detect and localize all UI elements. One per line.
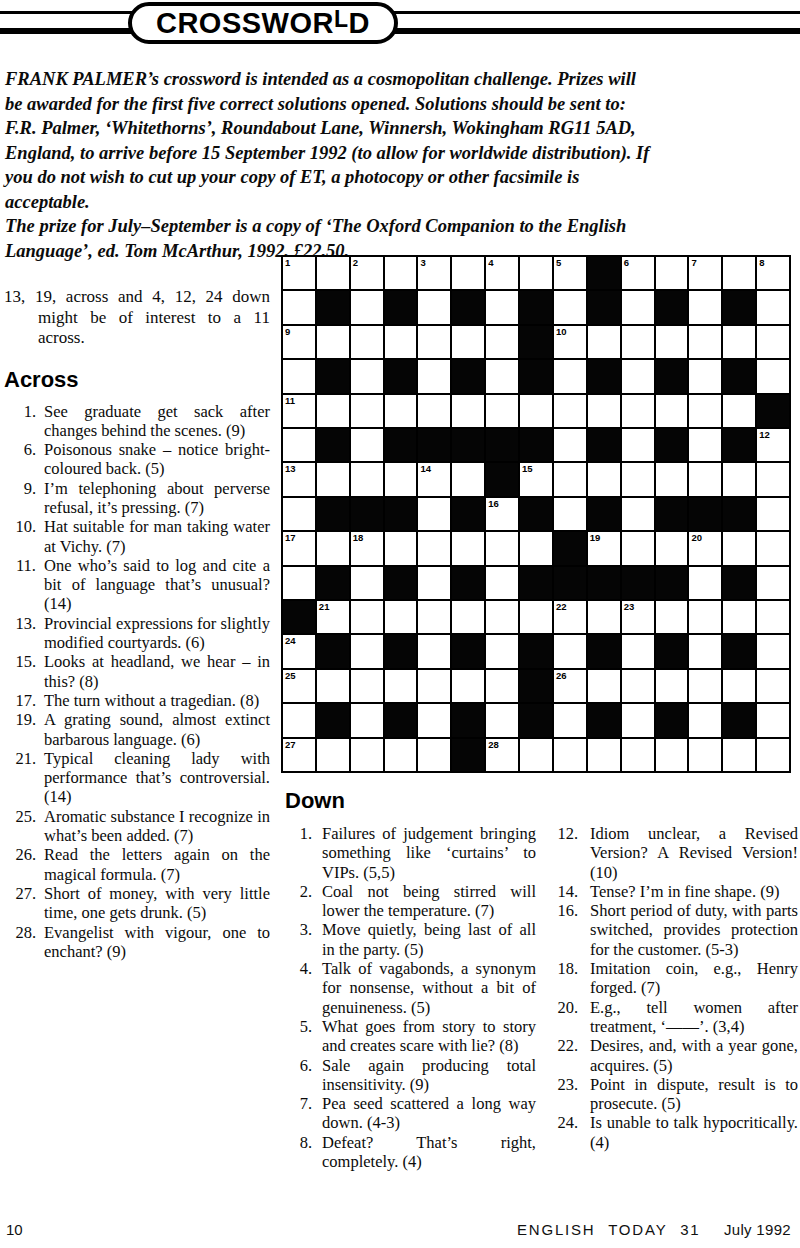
- grid-cell[interactable]: [486, 670, 518, 702]
- grid-cell[interactable]: [622, 291, 654, 323]
- grid-cell: [520, 291, 552, 323]
- grid-cell[interactable]: 5: [554, 257, 586, 289]
- cell-number: 4: [488, 257, 493, 268]
- clue-number: 25.: [4, 807, 44, 846]
- grid-cell[interactable]: [689, 704, 721, 736]
- grid-cell: [452, 567, 484, 599]
- grid-cell: [656, 704, 688, 736]
- clue: 23.Point in dispute, result is to prosec…: [542, 1075, 798, 1114]
- grid-cell[interactable]: [520, 257, 552, 289]
- masthead-rule-thick: [0, 28, 800, 34]
- grid-cell[interactable]: [317, 463, 349, 495]
- grid-cell[interactable]: [520, 532, 552, 564]
- cell-number: 10: [556, 326, 567, 337]
- grid-cell[interactable]: [622, 360, 654, 392]
- cell-number: 8: [759, 257, 764, 268]
- clue-number: 5.: [287, 1017, 322, 1056]
- grid-cell[interactable]: 4: [486, 257, 518, 289]
- grid-cell[interactable]: [351, 704, 383, 736]
- grid-cell[interactable]: [351, 463, 383, 495]
- down-clues-column-2: 12.Idiom unclear, a Revised Version? A R…: [542, 824, 798, 1152]
- grid-cell[interactable]: [757, 532, 789, 564]
- clue: 1.See graduate get sack after changes be…: [4, 402, 270, 441]
- clue-number: 6.: [287, 1056, 322, 1095]
- grid-cell[interactable]: [622, 429, 654, 461]
- grid-cell[interactable]: [757, 601, 789, 633]
- cell-number: 9: [285, 326, 290, 337]
- grid-cell[interactable]: 10: [554, 326, 586, 358]
- grid-cell[interactable]: [418, 395, 450, 427]
- grid-cell[interactable]: [351, 360, 383, 392]
- cell-number: 19: [590, 532, 601, 543]
- grid-cell[interactable]: [723, 463, 755, 495]
- grid-cell: [486, 429, 518, 461]
- grid-cell[interactable]: [622, 326, 654, 358]
- grid-cell[interactable]: [554, 360, 586, 392]
- grid-cell[interactable]: [622, 463, 654, 495]
- clue: 19.A grating sound, almost extinct barba…: [4, 710, 270, 749]
- grid-cell[interactable]: 20: [689, 532, 721, 564]
- grid-cell: [385, 498, 417, 530]
- clue-number: 18.: [542, 959, 590, 998]
- issue-date: July 1992: [724, 1221, 791, 1238]
- clue: 20.E.g., tell women after treatment, ‘——…: [542, 998, 798, 1037]
- grid-cell[interactable]: [588, 601, 620, 633]
- grid-cell: [520, 498, 552, 530]
- clue: 22.Desires, and, with a year gone, acqui…: [542, 1036, 798, 1075]
- grid-cell[interactable]: [656, 739, 688, 771]
- grid-cell[interactable]: 19: [588, 532, 620, 564]
- grid-cell: [757, 395, 789, 427]
- grid-cell[interactable]: [757, 704, 789, 736]
- clue-text: The turn without a tragedian. (8): [44, 691, 270, 710]
- grid-cell[interactable]: [757, 360, 789, 392]
- clue-number: 1.: [4, 402, 44, 441]
- grid-cell[interactable]: [418, 635, 450, 667]
- grid-cell: [385, 291, 417, 323]
- grid-cell[interactable]: [689, 670, 721, 702]
- grid-cell[interactable]: [486, 567, 518, 599]
- clue-number: 26.: [4, 845, 44, 884]
- grid-cell: [656, 291, 688, 323]
- clue-text: See graduate get sack after changes behi…: [44, 402, 270, 441]
- preamble-note: 13, 19, across and 4, 12, 24 down might …: [4, 287, 270, 349]
- grid-cell: [656, 567, 688, 599]
- grid-cell[interactable]: [757, 739, 789, 771]
- clue-number: 11.: [4, 556, 44, 614]
- clue-text: Defeat? That’s right, completely. (4): [322, 1133, 536, 1172]
- grid-cell[interactable]: [723, 670, 755, 702]
- clue: 27.Short of money, with very little time…: [4, 884, 270, 923]
- grid-cell: [520, 360, 552, 392]
- grid-cell[interactable]: [418, 704, 450, 736]
- grid-cell[interactable]: [351, 670, 383, 702]
- grid-cell: [385, 429, 417, 461]
- journal-title: ENGLISH TODAY 31: [517, 1221, 700, 1238]
- grid-cell[interactable]: [283, 704, 315, 736]
- grid-cell[interactable]: [622, 395, 654, 427]
- grid-cell[interactable]: [385, 670, 417, 702]
- cell-number: 17: [285, 532, 296, 543]
- clue-text: Is unable to talk hypocritically. (4): [590, 1113, 798, 1152]
- grid-cell[interactable]: 8: [757, 257, 789, 289]
- grid-cell[interactable]: [486, 532, 518, 564]
- grid-cell[interactable]: [283, 498, 315, 530]
- clue-number: 23.: [542, 1075, 590, 1114]
- grid-cell[interactable]: [554, 395, 586, 427]
- grid-cell[interactable]: [723, 326, 755, 358]
- down-clues-column-1: 1.Failures of judgement bringing somethi…: [287, 824, 536, 1171]
- logo-text-post: D: [349, 7, 370, 39]
- clue-text: Coal not being stirred will lower the te…: [322, 882, 536, 921]
- grid-cell[interactable]: [486, 360, 518, 392]
- clue-number: 10.: [4, 517, 44, 556]
- grid-cell[interactable]: [452, 395, 484, 427]
- grid-cell[interactable]: [283, 291, 315, 323]
- clue: 25.Aromatic substance I recognize in wha…: [4, 807, 270, 846]
- grid-cell[interactable]: 28: [486, 739, 518, 771]
- grid-cell[interactable]: [418, 739, 450, 771]
- grid-cell[interactable]: [689, 291, 721, 323]
- grid-cell[interactable]: [452, 463, 484, 495]
- clue-text: Idiom unclear, a Revised Version? A Revi…: [590, 824, 798, 882]
- grid-cell[interactable]: [486, 291, 518, 323]
- grid-cell[interactable]: [520, 739, 552, 771]
- grid-cell[interactable]: [554, 704, 586, 736]
- grid-cell[interactable]: 23: [622, 601, 654, 633]
- grid-cell[interactable]: [588, 395, 620, 427]
- grid-cell: [452, 429, 484, 461]
- grid-cell[interactable]: [757, 463, 789, 495]
- grid-cell[interactable]: [385, 395, 417, 427]
- grid-cell[interactable]: [656, 326, 688, 358]
- grid-cell: [317, 567, 349, 599]
- cell-number: 26: [556, 670, 567, 681]
- grid-cell[interactable]: [723, 532, 755, 564]
- clue-text: Pea seed scattered a long way down. (4-3…: [322, 1094, 536, 1133]
- grid-cell[interactable]: 3: [418, 257, 450, 289]
- clue-number: 19.: [4, 710, 44, 749]
- grid-cell: [520, 567, 552, 599]
- grid-cell[interactable]: [418, 498, 450, 530]
- clue: 11.One who’s said to log and cite a bit …: [4, 556, 270, 614]
- grid-cell[interactable]: 2: [351, 257, 383, 289]
- across-heading: Across: [4, 368, 270, 392]
- grid-cell[interactable]: [520, 601, 552, 633]
- grid-cell[interactable]: [723, 257, 755, 289]
- grid-cell[interactable]: [757, 635, 789, 667]
- grid-cell: [723, 704, 755, 736]
- cell-number: 5: [556, 257, 561, 268]
- grid-cell: [452, 704, 484, 736]
- clue-number: 6.: [4, 440, 44, 479]
- grid-cell[interactable]: [622, 532, 654, 564]
- grid-cell[interactable]: [554, 498, 586, 530]
- clue-text: Point in dispute, result is to prosecute…: [590, 1075, 798, 1114]
- clue: 16.Short period of duty, with parts swit…: [542, 901, 798, 959]
- grid-cell: [385, 360, 417, 392]
- clue: 18.Imitation coin, e.g., Henry forged. (…: [542, 959, 798, 998]
- grid-cell[interactable]: [486, 601, 518, 633]
- grid-cell[interactable]: [317, 395, 349, 427]
- grid-cell: [317, 429, 349, 461]
- grid-cell[interactable]: [351, 395, 383, 427]
- grid-cell[interactable]: [656, 601, 688, 633]
- grid-cell[interactable]: 11: [283, 395, 315, 427]
- grid-cell[interactable]: [452, 601, 484, 633]
- clue: 14.Tense? I’m in fine shape. (9): [542, 882, 798, 901]
- masthead-rule-thin: [0, 11, 800, 14]
- grid-cell[interactable]: [554, 291, 586, 323]
- logo-text-raised-l: L: [334, 6, 349, 32]
- clue-text: Poisonous snake – notice bright-coloured…: [44, 440, 270, 479]
- clue-number: 15.: [4, 652, 44, 691]
- cell-number: 15: [522, 463, 533, 474]
- clue-number: 8.: [287, 1133, 322, 1172]
- grid-cell[interactable]: 24: [283, 635, 315, 667]
- cell-number: 7: [691, 257, 696, 268]
- grid-cell[interactable]: 26: [554, 670, 586, 702]
- grid-cell[interactable]: [689, 395, 721, 427]
- grid-cell[interactable]: [385, 463, 417, 495]
- clue-number: 21.: [4, 749, 44, 807]
- grid-cell[interactable]: [622, 670, 654, 702]
- grid-cell[interactable]: [622, 739, 654, 771]
- grid-cell[interactable]: [689, 739, 721, 771]
- grid-cell[interactable]: [689, 463, 721, 495]
- grid-cell[interactable]: [689, 326, 721, 358]
- clue-number: 13.: [4, 614, 44, 653]
- grid-cell[interactable]: [317, 670, 349, 702]
- grid-cell[interactable]: [689, 429, 721, 461]
- clue-number: 1.: [287, 824, 322, 882]
- grid-cell[interactable]: [418, 601, 450, 633]
- grid-cell: [385, 704, 417, 736]
- logo-text-pre: CROSSWOR: [156, 7, 334, 39]
- grid-cell[interactable]: 27: [283, 739, 315, 771]
- clue-number: 20.: [542, 998, 590, 1037]
- grid-cell: [520, 670, 552, 702]
- grid-cell[interactable]: [385, 257, 417, 289]
- grid-cell[interactable]: [588, 670, 620, 702]
- grid-cell[interactable]: [317, 257, 349, 289]
- cell-number: 23: [624, 601, 635, 612]
- grid-cell[interactable]: [418, 326, 450, 358]
- grid-cell[interactable]: [385, 601, 417, 633]
- grid-cell[interactable]: [283, 567, 315, 599]
- cell-number: 11: [285, 395, 295, 406]
- masthead: CROSSWORLD: [0, 0, 800, 50]
- grid-cell: [723, 429, 755, 461]
- grid-cell[interactable]: [351, 635, 383, 667]
- grid-cell: [317, 498, 349, 530]
- grid-cell[interactable]: [689, 567, 721, 599]
- grid-cell: [385, 635, 417, 667]
- grid-cell[interactable]: 13: [283, 463, 315, 495]
- grid-cell[interactable]: [622, 635, 654, 667]
- grid-cell[interactable]: [689, 601, 721, 633]
- grid-cell[interactable]: [656, 395, 688, 427]
- grid-cell[interactable]: [486, 395, 518, 427]
- grid-cell[interactable]: [588, 463, 620, 495]
- grid-cell[interactable]: [385, 326, 417, 358]
- grid-cell[interactable]: [622, 498, 654, 530]
- clue-text: One who’s said to log and cite a bit of …: [44, 556, 270, 614]
- clue: 1.Failures of judgement bringing somethi…: [287, 824, 536, 882]
- grid-cell[interactable]: [317, 326, 349, 358]
- grid-cell[interactable]: [757, 567, 789, 599]
- grid-cell[interactable]: [317, 532, 349, 564]
- grid-cell[interactable]: [554, 463, 586, 495]
- clue-number: 4.: [287, 959, 322, 1017]
- grid-cell: [723, 360, 755, 392]
- grid-cell[interactable]: [351, 739, 383, 771]
- clue: 13.Provincial expressions for slightly m…: [4, 614, 270, 653]
- grid-cell[interactable]: [351, 601, 383, 633]
- grid-cell[interactable]: [351, 326, 383, 358]
- grid-cell[interactable]: [622, 704, 654, 736]
- grid-cell[interactable]: [351, 567, 383, 599]
- clue-text: Typical cleaning lady with performance t…: [44, 749, 270, 807]
- grid-cell: [656, 635, 688, 667]
- grid-cell[interactable]: [757, 326, 789, 358]
- clue: 8.Defeat? That’s right, completely. (4): [287, 1133, 536, 1172]
- cell-number: 1: [285, 257, 290, 268]
- grid-cell: [452, 498, 484, 530]
- grid-cell[interactable]: [656, 463, 688, 495]
- grid-cell[interactable]: [486, 326, 518, 358]
- grid-cell[interactable]: [588, 326, 620, 358]
- grid-cell[interactable]: [317, 739, 349, 771]
- clue-text: Provincial expressions for slightly modi…: [44, 614, 270, 653]
- grid-cell[interactable]: [385, 532, 417, 564]
- grid-cell[interactable]: 16: [486, 498, 518, 530]
- grid-cell[interactable]: [452, 670, 484, 702]
- grid-cell[interactable]: [452, 257, 484, 289]
- grid-cell[interactable]: [656, 257, 688, 289]
- clue-number: 7.: [287, 1094, 322, 1133]
- grid-cell[interactable]: [283, 429, 315, 461]
- clue-text: E.g., tell women after treatment, ‘——’. …: [590, 998, 798, 1037]
- grid-cell[interactable]: [418, 291, 450, 323]
- grid-cell: [317, 291, 349, 323]
- clue-number: 27.: [4, 884, 44, 923]
- grid-cell[interactable]: [723, 395, 755, 427]
- grid-cell[interactable]: 17: [283, 532, 315, 564]
- clue: 5.What goes from story to story and crea…: [287, 1017, 536, 1056]
- grid-cell: [588, 291, 620, 323]
- grid-cell: [520, 429, 552, 461]
- grid-cell[interactable]: [723, 739, 755, 771]
- cell-number: 22: [556, 601, 567, 612]
- grid-cell[interactable]: 21: [317, 601, 349, 633]
- clue-text: What goes from story to story and create…: [322, 1017, 536, 1056]
- grid-cell[interactable]: [757, 291, 789, 323]
- grid-cell[interactable]: [452, 532, 484, 564]
- grid-cell[interactable]: [486, 635, 518, 667]
- clue-text: Imitation coin, e.g., Henry forged. (7): [590, 959, 798, 998]
- cell-number: 16: [488, 498, 499, 509]
- grid-cell: [452, 635, 484, 667]
- grid-cell[interactable]: [723, 601, 755, 633]
- cell-number: 24: [285, 635, 296, 646]
- grid-cell: [452, 739, 484, 771]
- clue-number: 9.: [4, 479, 44, 518]
- clue-number: 14.: [542, 882, 590, 901]
- grid-cell[interactable]: [689, 360, 721, 392]
- cell-number: 28: [488, 739, 499, 750]
- grid-cell[interactable]: 14: [418, 463, 450, 495]
- grid-cell: [385, 567, 417, 599]
- grid-cell[interactable]: 15: [520, 463, 552, 495]
- grid-cell[interactable]: [385, 739, 417, 771]
- clue-text: Desires, and, with a year gone, acquires…: [590, 1036, 798, 1075]
- grid-cell: [283, 601, 315, 633]
- grid-cell[interactable]: 18: [351, 532, 383, 564]
- grid-cell[interactable]: 25: [283, 670, 315, 702]
- grid-cell[interactable]: [351, 429, 383, 461]
- grid-cell[interactable]: [656, 670, 688, 702]
- grid-cell: [452, 360, 484, 392]
- clue: 2.Coal not being stirred will lower the …: [287, 882, 536, 921]
- grid-cell[interactable]: [757, 498, 789, 530]
- grid-cell[interactable]: [283, 360, 315, 392]
- grid-cell[interactable]: 6: [622, 257, 654, 289]
- grid-cell[interactable]: 22: [554, 601, 586, 633]
- grid-cell: [520, 704, 552, 736]
- grid-cell: [317, 704, 349, 736]
- grid-cell[interactable]: [554, 635, 586, 667]
- grid-cell[interactable]: [554, 429, 586, 461]
- cell-number: 14: [420, 463, 431, 474]
- grid-cell[interactable]: [689, 635, 721, 667]
- grid-cell[interactable]: 7: [689, 257, 721, 289]
- grid-cell[interactable]: [351, 291, 383, 323]
- clue-number: 24.: [542, 1113, 590, 1152]
- grid-cell: [689, 498, 721, 530]
- clue: 6.Poisonous snake – notice bright-colour…: [4, 440, 270, 479]
- cell-number: 12: [759, 429, 770, 440]
- clue-number: 17.: [4, 691, 44, 710]
- grid-cell[interactable]: 9: [283, 326, 315, 358]
- grid-cell[interactable]: [588, 739, 620, 771]
- page-number: 10: [6, 1221, 23, 1238]
- grid-cell[interactable]: 1: [283, 257, 315, 289]
- grid-cell[interactable]: [418, 567, 450, 599]
- grid-cell[interactable]: [656, 532, 688, 564]
- grid-cell[interactable]: [418, 532, 450, 564]
- grid-cell: [486, 463, 518, 495]
- grid-cell[interactable]: [520, 395, 552, 427]
- grid-cell: [554, 532, 586, 564]
- grid-cell[interactable]: [452, 326, 484, 358]
- clue-text: Failures of judgement bringing something…: [322, 824, 536, 882]
- grid-cell[interactable]: 12: [757, 429, 789, 461]
- grid-cell[interactable]: [757, 670, 789, 702]
- clue: 21.Typical cleaning lady with performanc…: [4, 749, 270, 807]
- grid-cell: [554, 567, 586, 599]
- page-footer: 10 ENGLISH TODAY 31 July 1992: [0, 1221, 800, 1241]
- grid-cell[interactable]: [418, 360, 450, 392]
- grid-cell[interactable]: [554, 739, 586, 771]
- grid-cell: [452, 291, 484, 323]
- grid-cell: [588, 360, 620, 392]
- grid-cell[interactable]: [486, 704, 518, 736]
- clue-number: 22.: [542, 1036, 590, 1075]
- across-clues-list: 1.See graduate get sack after changes be…: [4, 402, 270, 962]
- grid-cell[interactable]: [418, 670, 450, 702]
- cell-number: 21: [319, 601, 330, 612]
